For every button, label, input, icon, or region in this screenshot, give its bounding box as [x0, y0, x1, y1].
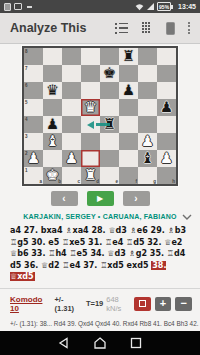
piece-black-r-e4: ♜ — [100, 116, 119, 133]
square-a6[interactable]: 6 — [24, 82, 43, 99]
app-title: Analyze This — [10, 21, 86, 35]
android-nav-bar — [0, 331, 200, 355]
piece-black-p-f6: ♟ — [119, 82, 138, 99]
piece-white-b-b3: ♝ — [43, 133, 62, 150]
square-d1[interactable]: d♜ — [81, 167, 100, 184]
rank-label: 4 — [25, 117, 28, 122]
square-f1[interactable]: f — [119, 167, 138, 184]
move-navigation: ‹ ▶ › — [0, 191, 200, 206]
square-b3[interactable]: ♝ — [43, 133, 62, 150]
square-h1[interactable]: h — [157, 167, 176, 184]
square-e7[interactable]: ♚ — [100, 65, 119, 82]
players-header[interactable]: KARJAKIN, SERGEY • CARUANA, FABIANO — [0, 213, 200, 220]
engine-eval: +/- (1.31) — [54, 295, 82, 313]
square-g8[interactable] — [138, 48, 157, 65]
square-b8[interactable] — [43, 48, 62, 65]
overflow-menu-icon[interactable] — [188, 22, 190, 35]
app-bar: Analyze This — [0, 13, 200, 44]
square-h3[interactable] — [157, 133, 176, 150]
square-a4[interactable]: 4 — [24, 116, 43, 133]
square-f8[interactable]: ♜ — [119, 48, 138, 65]
piece-black-r-f8: ♜ — [119, 48, 138, 65]
white-player-name: KARJAKIN, SERGEY — [23, 213, 95, 220]
file-label: a — [39, 179, 42, 184]
rank-label: 1 — [25, 168, 28, 173]
app-bar-actions — [115, 22, 190, 35]
square-e3[interactable] — [100, 133, 119, 150]
android-back-button[interactable] — [58, 337, 70, 349]
moves-list-icon[interactable] — [115, 23, 129, 34]
notification-icon — [4, 3, 11, 11]
square-d6[interactable] — [81, 82, 100, 99]
phone-screen: 95% 13:45 Analyze This 8♜7♚6♛♟5♛♟4♟♜3♝♟2… — [0, 0, 200, 355]
file-label: c — [77, 179, 80, 184]
square-e5[interactable] — [100, 99, 119, 116]
square-b1[interactable]: b♚ — [43, 167, 62, 184]
rank-label: 7 — [25, 66, 28, 71]
square-c1[interactable]: c — [62, 167, 81, 184]
signal-icon — [147, 3, 154, 10]
square-d4[interactable] — [81, 116, 100, 133]
square-c3[interactable] — [62, 133, 81, 150]
square-d2[interactable] — [81, 150, 100, 167]
notification-dash-icon — [27, 6, 32, 8]
piece-black-q-b6: ♛ — [43, 82, 62, 99]
engine-line[interactable]: +/- (1.31): 38... Rd4 39. Qxd4 Qxd4 40. … — [10, 319, 200, 329]
notification-area — [4, 3, 32, 11]
piece-black-p-b4: ♟ — [43, 116, 62, 133]
square-a3[interactable]: 3 — [24, 133, 43, 150]
square-e4[interactable]: ♜ — [100, 116, 119, 133]
square-c4[interactable] — [62, 116, 81, 133]
next-move-button[interactable]: › — [123, 191, 150, 206]
square-g1[interactable]: g — [138, 167, 157, 184]
file-label: g — [153, 179, 156, 184]
square-h7[interactable] — [157, 65, 176, 82]
piece-white-p-c2: ♟ — [62, 150, 81, 167]
square-d7[interactable] — [81, 65, 100, 82]
square-g4[interactable] — [138, 116, 157, 133]
piece-white-p-a2: ♟ — [24, 150, 43, 167]
square-a5[interactable]: 5 — [24, 99, 43, 116]
rank-label: 6 — [25, 83, 28, 88]
square-c5[interactable] — [62, 99, 81, 116]
square-f7[interactable] — [119, 65, 138, 82]
square-g3[interactable]: ♟ — [138, 133, 157, 150]
chess-board[interactable]: 8♜7♚6♛♟5♛♟4♟♜3♝♟2♟♟♝♟1ab♚cd♜efgh — [24, 48, 176, 184]
file-label: f — [136, 179, 138, 184]
square-a2[interactable]: 2♟ — [24, 150, 43, 167]
square-h8[interactable] — [157, 48, 176, 65]
engine-header: Komodo 10 +/- (1.31) T=19 648 kN/s + − — [0, 289, 200, 317]
square-h2[interactable]: ♟ — [157, 150, 176, 167]
square-g2[interactable]: ♝ — [138, 150, 157, 167]
system-tray: 95% 13:45 — [135, 2, 196, 11]
engine-stop-button[interactable] — [134, 297, 151, 311]
players-separator: • — [98, 213, 101, 220]
rank-label: 8 — [25, 49, 28, 54]
board-icon[interactable] — [166, 22, 175, 35]
square-c2[interactable]: ♟ — [62, 150, 81, 167]
square-f6[interactable]: ♟ — [119, 82, 138, 99]
square-e1[interactable]: e — [100, 167, 119, 184]
notification-icon — [14, 3, 22, 10]
prev-move-button[interactable]: ‹ — [51, 191, 78, 206]
chevron-down-icon[interactable] — [182, 214, 192, 220]
engine-add-line-button[interactable]: + — [155, 297, 172, 311]
square-f3[interactable] — [119, 133, 138, 150]
game-notation[interactable]: a4 27. bxa4 ♗xa4 28. ♕d3 ♗e6 29. ♗b3 ♖g5… — [0, 225, 200, 283]
square-b5[interactable] — [43, 99, 62, 116]
square-a7[interactable]: 7 — [24, 65, 43, 82]
square-h5[interactable]: ♟ — [157, 99, 176, 116]
file-label: e — [115, 179, 118, 184]
square-b6[interactable]: ♛ — [43, 82, 62, 99]
square-f4[interactable] — [119, 116, 138, 133]
piece-white-q-d5: ♛ — [81, 99, 100, 116]
square-h6[interactable] — [157, 82, 176, 99]
wifi-icon — [135, 3, 144, 11]
square-h4[interactable] — [157, 116, 176, 133]
chess-board-frame: 8♜7♚6♛♟5♛♟4♟♜3♝♟2♟♟♝♟1ab♚cd♜efgh — [22, 46, 178, 186]
piece-black-k-e7: ♚ — [100, 65, 119, 82]
piece-white-p-h2: ♟ — [157, 150, 176, 167]
square-c7[interactable] — [62, 65, 81, 82]
square-c6[interactable] — [62, 82, 81, 99]
dialpad-grid-icon[interactable] — [142, 22, 153, 35]
black-player-name: CARUANA, FABIANO — [103, 213, 177, 220]
battery-indicator: 95% — [157, 2, 171, 11]
square-d8[interactable] — [81, 48, 100, 65]
status-bar: 95% 13:45 — [0, 0, 200, 13]
square-f5[interactable] — [119, 99, 138, 116]
square-e2[interactable] — [100, 150, 119, 167]
engine-name[interactable]: Komodo 10 — [10, 295, 50, 313]
square-c8[interactable] — [62, 48, 81, 65]
engine-remove-line-button[interactable]: − — [175, 297, 192, 311]
android-home-button[interactable] — [94, 337, 106, 349]
file-label: h — [172, 179, 175, 184]
battery-percent: 95% — [159, 4, 169, 10]
clock: 13:45 — [178, 3, 196, 10]
android-recents-button[interactable] — [130, 337, 142, 349]
square-g7[interactable] — [138, 65, 157, 82]
piece-black-b-g2: ♝ — [138, 150, 157, 167]
square-b7[interactable] — [43, 65, 62, 82]
play-button[interactable]: ▶ — [87, 191, 114, 206]
square-e8[interactable] — [100, 48, 119, 65]
square-d3[interactable] — [81, 133, 100, 150]
rank-label: 5 — [25, 100, 28, 105]
engine-time: T=19 — [86, 299, 103, 308]
square-g5[interactable] — [138, 99, 157, 116]
engine-speed: 648 kN/s — [106, 295, 134, 313]
square-d5[interactable]: ♛ — [81, 99, 100, 116]
square-f2[interactable] — [119, 150, 138, 167]
piece-white-r-d1: ♜ — [81, 167, 100, 184]
square-b2[interactable] — [43, 150, 62, 167]
piece-white-p-g3: ♟ — [138, 133, 157, 150]
rank-label: 3 — [25, 134, 28, 139]
stop-icon — [139, 300, 146, 307]
square-b4[interactable]: ♟ — [43, 116, 62, 133]
piece-black-p-h5: ♟ — [157, 99, 176, 116]
square-a1[interactable]: 1a — [24, 167, 43, 184]
piece-white-k-b1: ♚ — [43, 167, 62, 184]
square-e6[interactable] — [100, 82, 119, 99]
square-a8[interactable]: 8 — [24, 48, 43, 65]
square-g6[interactable] — [138, 82, 157, 99]
